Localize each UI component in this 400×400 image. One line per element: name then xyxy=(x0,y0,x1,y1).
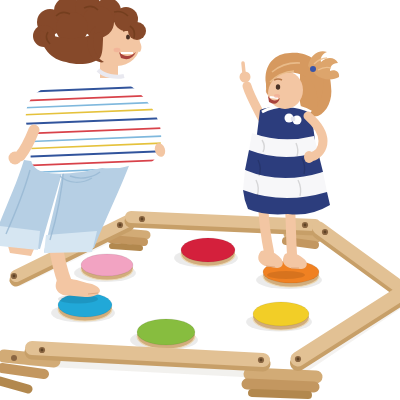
girl-hand xyxy=(304,151,314,163)
product-photo xyxy=(0,0,400,400)
boy-blush xyxy=(114,48,121,52)
girl-pointing-finger xyxy=(243,63,244,73)
stone-top xyxy=(253,302,309,326)
girl-blush xyxy=(274,94,280,98)
girl-hair-tie xyxy=(310,66,316,72)
scene-svg xyxy=(0,0,400,400)
stone-top xyxy=(181,238,235,262)
stone-top xyxy=(137,319,195,345)
boy-hand xyxy=(9,152,22,165)
girl-eye xyxy=(276,84,280,90)
stone-top xyxy=(81,254,133,276)
girl-feet-shadow xyxy=(267,271,305,279)
